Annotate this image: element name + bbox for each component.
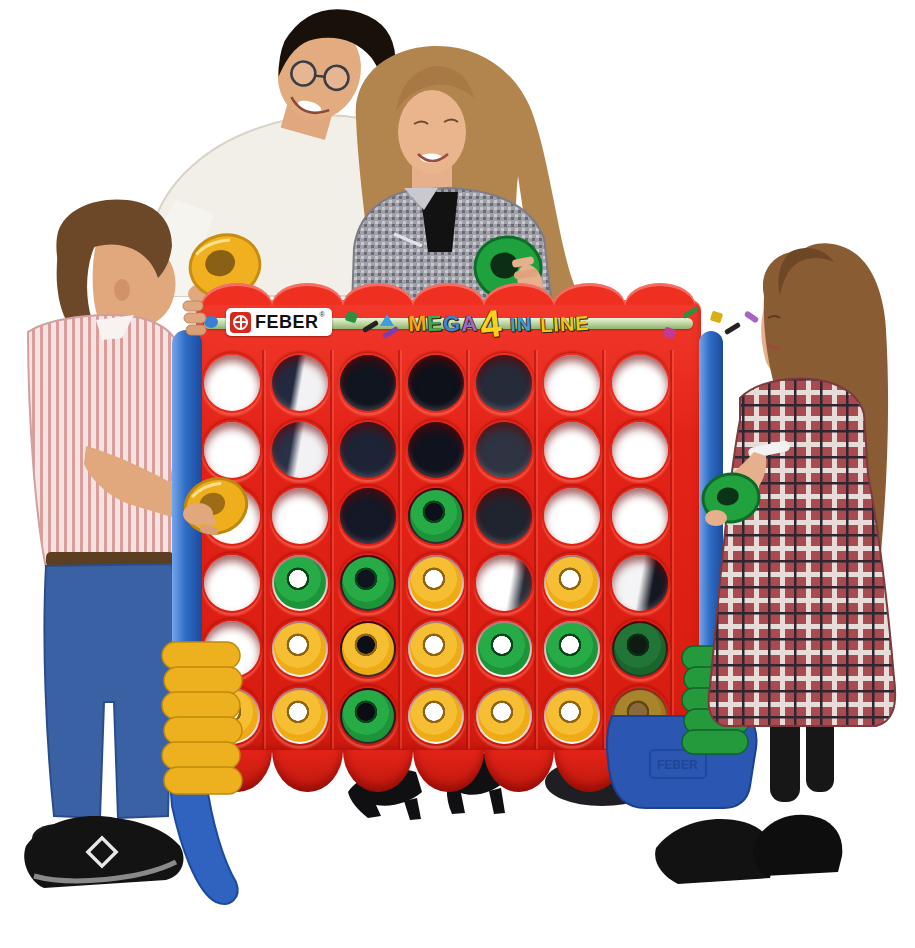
yellow-disc: [546, 557, 598, 609]
board-title: MEGA4INLINE: [408, 302, 708, 346]
board-hole: [272, 555, 328, 611]
board-cell-r5c3: [334, 616, 402, 683]
board-hole: [612, 555, 668, 611]
board-hole: [612, 621, 668, 677]
photo-scene: FEBER ® MEGA4INLINE FEBER: [0, 0, 915, 948]
scallop-bump: [625, 750, 695, 792]
board-hole: [204, 555, 260, 611]
board-hole: [272, 355, 328, 411]
board-hole: [476, 355, 532, 411]
board-cell-r3c1: [198, 483, 266, 550]
board-hole: [612, 688, 668, 744]
girl-face: [761, 293, 813, 374]
girl-dress: [709, 379, 896, 726]
green-disc: [478, 623, 530, 675]
board-cell-r4c6: [538, 550, 606, 617]
board-grid: [198, 350, 674, 749]
girl-sleeve-trim: [747, 440, 790, 459]
board-cell-r5c7: [606, 616, 674, 683]
boy: [24, 200, 206, 888]
board-cell-r6c5: [470, 683, 538, 750]
boy-belt: [46, 552, 174, 567]
board-hole: [272, 488, 328, 544]
girl-sock: [770, 690, 800, 802]
confetti-icon: [710, 311, 724, 324]
banner: FEBER ® MEGA4INLINE: [196, 300, 701, 346]
board-hole: [408, 621, 464, 677]
right-post: [699, 331, 723, 727]
girl-hair: [763, 243, 888, 676]
board-hole: [408, 422, 464, 478]
board-cell-r1c6: [538, 350, 606, 417]
yellow-disc: [410, 557, 462, 609]
board-hole: [272, 621, 328, 677]
board-cell-r2c3: [334, 417, 402, 484]
board-hole: [340, 621, 396, 677]
board-cell-r4c3: [334, 550, 402, 617]
yellow-disc: [206, 690, 258, 742]
board-cell-r2c2: [266, 417, 334, 484]
board-hole: [544, 688, 600, 744]
yellow-disc: [274, 690, 326, 742]
held-disc-green-girl: [700, 470, 762, 525]
board-hole: [340, 488, 396, 544]
board-cell-r1c4: [402, 350, 470, 417]
scallop-bump: [202, 750, 272, 792]
green-disc: [342, 557, 394, 609]
man-head: [261, 0, 407, 153]
confetti-icon: [724, 322, 741, 335]
boy-sneaker: [24, 816, 183, 888]
board-frame: FEBER ® MEGA4INLINE: [196, 300, 701, 752]
board-cell-r4c4: [402, 550, 470, 617]
feber-logo: FEBER ®: [226, 308, 332, 336]
woman-hair: [356, 46, 584, 306]
board-cell-r5c2: [266, 616, 334, 683]
board-hole: [340, 422, 396, 478]
scallop-bump: [554, 750, 624, 792]
scallop-bump: [484, 750, 554, 792]
yellow-disc: [410, 690, 462, 742]
yellow-disc: [614, 690, 666, 742]
board-hole: [476, 488, 532, 544]
board-hole: [272, 688, 328, 744]
boy-arm: [84, 446, 206, 524]
woman-face: [398, 90, 466, 174]
girl-sock-2: [806, 690, 834, 792]
game-board: FEBER ® MEGA4INLINE: [196, 283, 701, 792]
board-cell-r3c2: [266, 483, 334, 550]
board-cell-r5c6: [538, 616, 606, 683]
green-disc: [614, 623, 666, 675]
board-cell-r6c1: [198, 683, 266, 750]
board-cell-r6c7: [606, 683, 674, 750]
board-hole: [544, 355, 600, 411]
board-cell-r2c4: [402, 417, 470, 484]
board-hole: [408, 555, 464, 611]
confetti-icon: [380, 314, 394, 326]
board-hole: [612, 488, 668, 544]
board-cell-r3c5: [470, 483, 538, 550]
woman: [352, 46, 584, 306]
board-hole: [476, 688, 532, 744]
board-cell-r1c1: [198, 350, 266, 417]
yellow-disc: [274, 623, 326, 675]
board-cell-r5c5: [470, 616, 538, 683]
board-cell-r5c4: [402, 616, 470, 683]
yellow-disc: [342, 623, 394, 675]
registered-mark: ®: [320, 311, 325, 318]
board-cell-r4c1: [198, 550, 266, 617]
confetti-icon: [744, 310, 760, 323]
boy-shirt: [28, 315, 180, 568]
feber-globe-icon: [230, 312, 251, 333]
title-letter: M: [407, 313, 426, 336]
board-hole: [408, 488, 464, 544]
board-cell-r2c6: [538, 417, 606, 484]
board-cell-r4c2: [266, 550, 334, 617]
board-cell-r6c3: [334, 683, 402, 750]
title-letter: G: [442, 313, 460, 336]
board-cell-r1c2: [266, 350, 334, 417]
board-hole: [340, 688, 396, 744]
yellow-disc: [410, 623, 462, 675]
title-letter: IN: [510, 313, 533, 334]
girl-hand: [705, 510, 727, 526]
green-disc: [274, 557, 326, 609]
board-hole: [612, 355, 668, 411]
boy-jeans: [44, 564, 175, 818]
girl-boot-2: [753, 815, 842, 876]
man: [146, 0, 446, 305]
board-cell-r6c4: [402, 683, 470, 750]
yellow-disc: [546, 690, 598, 742]
board-cell-r2c5: [470, 417, 538, 484]
scallop-bump: [272, 750, 342, 792]
board-hole: [204, 355, 260, 411]
title-letter: LINE: [540, 313, 591, 336]
board-cell-r6c6: [538, 683, 606, 750]
board-hole: [204, 422, 260, 478]
girl-arm: [706, 452, 766, 511]
board-hole: [544, 422, 600, 478]
green-disc: [410, 490, 462, 542]
board-cell-r4c5: [470, 550, 538, 617]
left-base-foot: [170, 780, 238, 904]
board-cell-r1c7: [606, 350, 674, 417]
board-hole: [544, 555, 600, 611]
board-hole: [340, 555, 396, 611]
yellow-disc: [478, 690, 530, 742]
scallop-bump: [413, 750, 483, 792]
board-hole: [204, 688, 260, 744]
board-hole: [476, 555, 532, 611]
board-hole: [204, 488, 260, 544]
title-letter: A: [461, 313, 478, 336]
brand-text: FEBER: [255, 312, 319, 333]
board-cell-r3c3: [334, 483, 402, 550]
board-hole: [544, 621, 600, 677]
board-cell-r6c2: [266, 683, 334, 750]
confetti-icon: [204, 316, 218, 328]
board-hole: [204, 621, 260, 677]
board-hole: [340, 355, 396, 411]
board-cell-r5c1: [198, 616, 266, 683]
board-bottom-scallops: [202, 750, 695, 792]
board-cell-r4c7: [606, 550, 674, 617]
girl-boot: [655, 819, 774, 884]
board-hole: [476, 621, 532, 677]
board-cell-r2c7: [606, 417, 674, 484]
board-cell-r1c5: [470, 350, 538, 417]
boy-hair: [56, 200, 172, 286]
board-hole: [272, 422, 328, 478]
board-cell-r3c4: [402, 483, 470, 550]
board-hole: [408, 688, 464, 744]
board-hole: [408, 355, 464, 411]
boy-face: [93, 240, 176, 337]
scallop-bump: [343, 750, 413, 792]
title-letter: 4: [478, 304, 503, 344]
green-disc: [546, 623, 598, 675]
board-hole: [612, 422, 668, 478]
board-cell-r1c3: [334, 350, 402, 417]
board-cell-r3c7: [606, 483, 674, 550]
board-hole: [476, 422, 532, 478]
board-hole: [544, 488, 600, 544]
green-disc: [342, 690, 394, 742]
board-cell-r3c6: [538, 483, 606, 550]
board-cell-r2c1: [198, 417, 266, 484]
title-letter: E: [427, 313, 443, 336]
